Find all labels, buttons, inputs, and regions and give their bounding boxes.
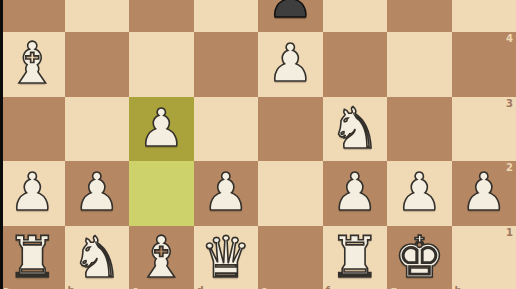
square-h1[interactable]: 1h xyxy=(452,226,516,289)
square-f2[interactable]: ♟ xyxy=(323,161,388,226)
square-a3[interactable] xyxy=(0,97,65,162)
white-pawn-icon[interactable]: ♟ xyxy=(267,31,314,96)
rank-label-3: 3 xyxy=(506,99,513,109)
square-c5[interactable] xyxy=(129,0,194,32)
white-pawn-icon[interactable]: ♟ xyxy=(396,160,443,225)
board-viewport: ♟♝♟4♟♞3♟♟♟♟♟♟2♜a♞b♝c♛de♜f♚g1h xyxy=(0,0,516,289)
white-rook-icon[interactable]: ♜ xyxy=(329,225,380,289)
square-g3[interactable] xyxy=(387,97,452,162)
square-b3[interactable] xyxy=(65,97,130,162)
square-c2[interactable] xyxy=(129,161,194,226)
square-b4[interactable] xyxy=(65,32,130,97)
square-a4[interactable]: ♝ xyxy=(0,32,65,97)
rank-label-2: 2 xyxy=(506,163,513,173)
square-c4[interactable] xyxy=(129,32,194,97)
square-h5[interactable] xyxy=(452,0,516,32)
square-e1[interactable]: e xyxy=(258,226,323,289)
square-g2[interactable]: ♟ xyxy=(387,161,452,226)
square-a1[interactable]: ♜a xyxy=(0,226,65,289)
white-pawn-icon[interactable]: ♟ xyxy=(138,96,185,161)
chess-board: ♟♝♟4♟♞3♟♟♟♟♟♟2♜a♞b♝c♛de♜f♚g1h xyxy=(0,0,516,289)
white-bishop-icon[interactable]: ♝ xyxy=(136,225,187,289)
square-d4[interactable] xyxy=(194,32,259,97)
window-left-edge xyxy=(0,0,3,289)
white-king-icon[interactable]: ♚ xyxy=(394,225,445,289)
white-queen-icon[interactable]: ♛ xyxy=(200,225,251,289)
square-g5[interactable] xyxy=(387,0,452,32)
square-c3[interactable]: ♟ xyxy=(129,97,194,162)
square-a2[interactable]: ♟ xyxy=(0,161,65,226)
square-d5[interactable] xyxy=(194,0,259,32)
white-knight-icon[interactable]: ♞ xyxy=(71,225,122,289)
square-b5[interactable] xyxy=(65,0,130,32)
square-h2[interactable]: ♟2 xyxy=(452,161,516,226)
black-pawn-icon[interactable]: ♟ xyxy=(267,0,314,31)
square-h4[interactable]: 4 xyxy=(452,32,516,97)
square-c1[interactable]: ♝c xyxy=(129,226,194,289)
square-f1[interactable]: ♜f xyxy=(323,226,388,289)
square-e5[interactable]: ♟ xyxy=(258,0,323,32)
square-a5[interactable] xyxy=(0,0,65,32)
square-d3[interactable] xyxy=(194,97,259,162)
square-b2[interactable]: ♟ xyxy=(65,161,130,226)
square-b1[interactable]: ♞b xyxy=(65,226,130,289)
white-rook-icon[interactable]: ♜ xyxy=(7,225,58,289)
square-f3[interactable]: ♞ xyxy=(323,97,388,162)
square-g1[interactable]: ♚g xyxy=(387,226,452,289)
square-d2[interactable]: ♟ xyxy=(194,161,259,226)
white-pawn-icon[interactable]: ♟ xyxy=(73,160,120,225)
rank-label-1: 1 xyxy=(506,228,513,238)
white-bishop-icon[interactable]: ♝ xyxy=(7,31,58,96)
square-g4[interactable] xyxy=(387,32,452,97)
white-pawn-icon[interactable]: ♟ xyxy=(9,160,56,225)
white-pawn-icon[interactable]: ♟ xyxy=(202,160,249,225)
square-f5[interactable] xyxy=(323,0,388,32)
white-pawn-icon[interactable]: ♟ xyxy=(331,160,378,225)
white-pawn-icon[interactable]: ♟ xyxy=(460,160,507,225)
square-e4[interactable]: ♟ xyxy=(258,32,323,97)
square-h3[interactable]: 3 xyxy=(452,97,516,162)
square-e3[interactable] xyxy=(258,97,323,162)
square-d1[interactable]: ♛d xyxy=(194,226,259,289)
square-e2[interactable] xyxy=(258,161,323,226)
rank-label-4: 4 xyxy=(506,34,513,44)
square-f4[interactable] xyxy=(323,32,388,97)
white-knight-icon[interactable]: ♞ xyxy=(329,96,380,161)
